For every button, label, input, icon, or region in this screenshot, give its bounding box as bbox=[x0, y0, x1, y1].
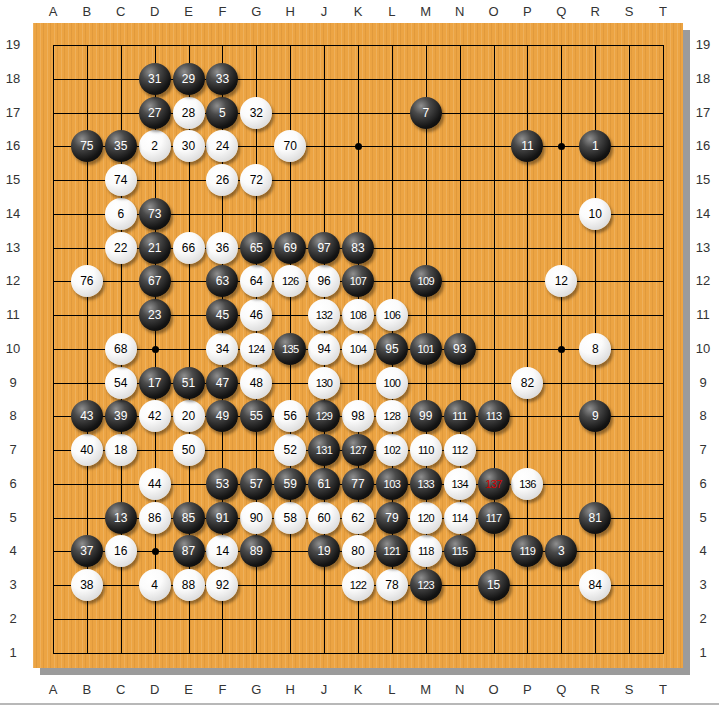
stone-R5[interactable]: 81 bbox=[579, 502, 611, 534]
move-number: 18 bbox=[114, 444, 127, 456]
row-label-right-13: 13 bbox=[690, 240, 716, 256]
move-number: 94 bbox=[317, 343, 330, 355]
stone-N4[interactable]: 115 bbox=[444, 535, 476, 567]
col-label-bottom-C: C bbox=[111, 682, 131, 698]
move-number: 24 bbox=[216, 140, 229, 152]
stone-E13[interactable]: 66 bbox=[173, 232, 205, 264]
row-label-left-15: 15 bbox=[0, 172, 26, 188]
move-number: 12 bbox=[555, 275, 568, 287]
move-number: 70 bbox=[284, 140, 297, 152]
row-label-left-1: 1 bbox=[0, 645, 26, 661]
move-number: 54 bbox=[114, 377, 127, 389]
stone-E16[interactable]: 30 bbox=[173, 130, 205, 162]
stone-M7[interactable]: 110 bbox=[410, 434, 442, 466]
stone-L4[interactable]: 121 bbox=[376, 535, 408, 567]
move-number: 53 bbox=[216, 478, 229, 490]
stone-H6[interactable]: 59 bbox=[274, 468, 306, 500]
stone-G6[interactable]: 57 bbox=[240, 468, 272, 500]
stone-E8[interactable]: 20 bbox=[173, 400, 205, 432]
stone-N5[interactable]: 114 bbox=[444, 502, 476, 534]
move-number: 36 bbox=[216, 242, 229, 254]
stone-K4[interactable]: 80 bbox=[342, 535, 374, 567]
move-number: 93 bbox=[453, 343, 466, 355]
move-number: 27 bbox=[148, 107, 161, 119]
stone-D14[interactable]: 73 bbox=[139, 198, 171, 230]
move-number: 98 bbox=[351, 410, 364, 422]
move-number: 89 bbox=[250, 545, 263, 557]
col-label-top-D: D bbox=[145, 4, 165, 20]
move-number: 129 bbox=[316, 410, 333, 422]
stone-N10[interactable]: 93 bbox=[444, 333, 476, 365]
move-number: 62 bbox=[351, 512, 364, 524]
move-number: 90 bbox=[250, 512, 263, 524]
move-number: 82 bbox=[521, 377, 534, 389]
move-number: 58 bbox=[284, 512, 297, 524]
move-number: 6 bbox=[117, 208, 124, 220]
move-number: 39 bbox=[114, 410, 127, 422]
row-label-right-5: 5 bbox=[690, 510, 716, 526]
move-number: 114 bbox=[452, 512, 468, 524]
row-label-left-2: 2 bbox=[0, 611, 26, 627]
move-number: 77 bbox=[351, 478, 364, 490]
move-number: 35 bbox=[114, 140, 127, 152]
move-number: 32 bbox=[250, 107, 263, 119]
col-label-bottom-M: M bbox=[416, 682, 436, 698]
stone-N8[interactable]: 111 bbox=[444, 400, 476, 432]
move-number: 42 bbox=[148, 410, 161, 422]
move-number: 67 bbox=[148, 275, 161, 287]
move-number: 126 bbox=[282, 275, 299, 287]
move-number: 122 bbox=[350, 579, 367, 591]
stone-B4[interactable]: 37 bbox=[71, 535, 103, 567]
move-number: 137 bbox=[485, 478, 502, 490]
stone-C8[interactable]: 39 bbox=[105, 400, 137, 432]
stone-E18[interactable]: 29 bbox=[173, 63, 205, 95]
row-label-right-1: 1 bbox=[690, 645, 716, 661]
stone-J5[interactable]: 60 bbox=[308, 502, 340, 534]
stone-M17[interactable]: 7 bbox=[410, 97, 442, 129]
stone-K3[interactable]: 122 bbox=[342, 569, 374, 601]
move-number: 60 bbox=[317, 512, 330, 524]
move-number: 66 bbox=[182, 242, 195, 254]
stone-M6[interactable]: 133 bbox=[410, 468, 442, 500]
row-label-left-17: 17 bbox=[0, 105, 26, 121]
row-label-left-10: 10 bbox=[0, 341, 26, 357]
stone-R10[interactable]: 8 bbox=[579, 333, 611, 365]
move-number: 22 bbox=[114, 242, 127, 254]
move-number: 57 bbox=[250, 478, 263, 490]
stone-K12[interactable]: 107 bbox=[342, 265, 374, 297]
stone-L11[interactable]: 106 bbox=[376, 299, 408, 331]
move-number: 40 bbox=[80, 444, 93, 456]
col-label-bottom-H: H bbox=[280, 682, 300, 698]
stone-C9[interactable]: 54 bbox=[105, 367, 137, 399]
move-number: 5 bbox=[219, 107, 226, 119]
stone-K7[interactable]: 127 bbox=[342, 434, 374, 466]
stone-B12[interactable]: 76 bbox=[71, 265, 103, 297]
stone-C4[interactable]: 16 bbox=[105, 535, 137, 567]
stone-G17[interactable]: 32 bbox=[240, 97, 272, 129]
move-number: 74 bbox=[114, 174, 127, 186]
move-number: 92 bbox=[216, 579, 229, 591]
stone-R14[interactable]: 10 bbox=[579, 198, 611, 230]
move-number: 123 bbox=[418, 579, 435, 591]
stone-E5[interactable]: 85 bbox=[173, 502, 205, 534]
move-number: 104 bbox=[350, 343, 367, 355]
move-number: 55 bbox=[250, 410, 263, 422]
row-label-right-4: 4 bbox=[690, 543, 716, 559]
stone-C5[interactable]: 13 bbox=[105, 502, 137, 534]
stone-B3[interactable]: 38 bbox=[71, 569, 103, 601]
stone-D8[interactable]: 42 bbox=[139, 400, 171, 432]
move-number: 87 bbox=[182, 545, 195, 557]
move-number: 83 bbox=[351, 242, 364, 254]
row-label-left-8: 8 bbox=[0, 408, 26, 424]
stone-M12[interactable]: 109 bbox=[410, 265, 442, 297]
move-number: 51 bbox=[182, 377, 195, 389]
col-label-top-E: E bbox=[179, 4, 199, 20]
stone-F6[interactable]: 53 bbox=[206, 468, 238, 500]
stone-O6[interactable]: 137 bbox=[478, 468, 510, 500]
move-number: 69 bbox=[284, 242, 297, 254]
row-label-right-19: 19 bbox=[690, 37, 716, 53]
stone-C14[interactable]: 6 bbox=[105, 198, 137, 230]
move-number: 136 bbox=[519, 478, 536, 490]
stone-O3[interactable]: 15 bbox=[478, 569, 510, 601]
stone-L6[interactable]: 103 bbox=[376, 468, 408, 500]
row-label-left-5: 5 bbox=[0, 510, 26, 526]
col-label-top-R: R bbox=[585, 4, 605, 20]
stone-L8[interactable]: 128 bbox=[376, 400, 408, 432]
move-number: 17 bbox=[148, 377, 161, 389]
move-number: 80 bbox=[351, 545, 364, 557]
stone-F10[interactable]: 34 bbox=[206, 333, 238, 365]
col-label-bottom-S: S bbox=[619, 682, 639, 698]
stone-J10[interactable]: 94 bbox=[308, 333, 340, 365]
stone-J9[interactable]: 130 bbox=[308, 367, 340, 399]
stone-M4[interactable]: 118 bbox=[410, 535, 442, 567]
move-number: 128 bbox=[384, 410, 401, 422]
stone-C16[interactable]: 35 bbox=[105, 130, 137, 162]
stone-J7[interactable]: 131 bbox=[308, 434, 340, 466]
row-label-right-2: 2 bbox=[690, 611, 716, 627]
stone-M3[interactable]: 123 bbox=[410, 569, 442, 601]
move-number: 81 bbox=[589, 512, 602, 524]
move-number: 63 bbox=[216, 275, 229, 287]
move-number: 79 bbox=[385, 512, 398, 524]
stone-K8[interactable]: 98 bbox=[342, 400, 374, 432]
move-number: 31 bbox=[148, 73, 161, 85]
col-label-bottom-N: N bbox=[450, 682, 470, 698]
move-number: 43 bbox=[80, 410, 93, 422]
move-number: 2 bbox=[151, 140, 158, 152]
row-label-right-3: 3 bbox=[690, 577, 716, 593]
move-number: 34 bbox=[216, 343, 229, 355]
col-label-bottom-T: T bbox=[653, 682, 673, 698]
stone-D12[interactable]: 67 bbox=[139, 265, 171, 297]
col-label-bottom-A: A bbox=[43, 682, 63, 698]
move-number: 107 bbox=[350, 275, 367, 287]
stone-F9[interactable]: 47 bbox=[206, 367, 238, 399]
stone-L3[interactable]: 78 bbox=[376, 569, 408, 601]
move-number: 78 bbox=[385, 579, 398, 591]
row-label-left-3: 3 bbox=[0, 577, 26, 593]
move-number: 112 bbox=[452, 444, 468, 456]
col-label-bottom-P: P bbox=[517, 682, 537, 698]
stone-C10[interactable]: 68 bbox=[105, 333, 137, 365]
stone-G10[interactable]: 124 bbox=[240, 333, 272, 365]
row-label-left-7: 7 bbox=[0, 442, 26, 458]
move-number: 49 bbox=[216, 410, 229, 422]
stone-H13[interactable]: 69 bbox=[274, 232, 306, 264]
move-number: 100 bbox=[384, 377, 401, 389]
stone-H5[interactable]: 58 bbox=[274, 502, 306, 534]
stone-B16[interactable]: 75 bbox=[71, 130, 103, 162]
stone-G5[interactable]: 90 bbox=[240, 502, 272, 534]
stone-D9[interactable]: 17 bbox=[139, 367, 171, 399]
move-number: 44 bbox=[148, 478, 161, 490]
stone-E9[interactable]: 51 bbox=[173, 367, 205, 399]
stone-H7[interactable]: 52 bbox=[274, 434, 306, 466]
move-number: 8 bbox=[592, 343, 599, 355]
col-label-top-L: L bbox=[382, 4, 402, 20]
stone-D11[interactable]: 23 bbox=[139, 299, 171, 331]
row-label-right-8: 8 bbox=[690, 408, 716, 424]
row-label-right-9: 9 bbox=[690, 375, 716, 391]
row-label-right-6: 6 bbox=[690, 476, 716, 492]
move-number: 111 bbox=[452, 410, 467, 422]
col-label-top-C: C bbox=[111, 4, 131, 20]
move-number: 88 bbox=[182, 579, 195, 591]
stone-E4[interactable]: 87 bbox=[173, 535, 205, 567]
move-number: 97 bbox=[317, 242, 330, 254]
move-number: 102 bbox=[384, 444, 401, 456]
move-number: 73 bbox=[148, 208, 161, 220]
stone-O5[interactable]: 117 bbox=[478, 502, 510, 534]
stone-K13[interactable]: 83 bbox=[342, 232, 374, 264]
col-label-bottom-L: L bbox=[382, 682, 402, 698]
move-number: 84 bbox=[589, 579, 602, 591]
col-label-top-T: T bbox=[653, 4, 673, 20]
col-label-top-B: B bbox=[77, 4, 97, 20]
move-number: 59 bbox=[284, 478, 297, 490]
move-number: 64 bbox=[250, 275, 263, 287]
stone-K11[interactable]: 108 bbox=[342, 299, 374, 331]
move-number: 4 bbox=[151, 579, 158, 591]
stone-K10[interactable]: 104 bbox=[342, 333, 374, 365]
row-label-right-15: 15 bbox=[690, 172, 716, 188]
stone-J6[interactable]: 61 bbox=[308, 468, 340, 500]
stone-M10[interactable]: 101 bbox=[410, 333, 442, 365]
move-number: 21 bbox=[148, 242, 161, 254]
move-number: 37 bbox=[80, 545, 93, 557]
move-number: 38 bbox=[80, 579, 93, 591]
move-number: 85 bbox=[182, 512, 195, 524]
move-number: 130 bbox=[316, 377, 333, 389]
stone-L9[interactable]: 100 bbox=[376, 367, 408, 399]
move-number: 56 bbox=[284, 410, 297, 422]
stone-R3[interactable]: 84 bbox=[579, 569, 611, 601]
row-label-right-12: 12 bbox=[690, 273, 716, 289]
stone-G9[interactable]: 48 bbox=[240, 367, 272, 399]
col-label-bottom-K: K bbox=[348, 682, 368, 698]
stone-E17[interactable]: 28 bbox=[173, 97, 205, 129]
stone-F18[interactable]: 33 bbox=[206, 63, 238, 95]
move-number: 115 bbox=[452, 545, 468, 557]
move-number: 1 bbox=[592, 140, 599, 152]
row-label-left-9: 9 bbox=[0, 375, 26, 391]
row-label-right-17: 17 bbox=[690, 105, 716, 121]
row-label-left-18: 18 bbox=[0, 71, 26, 87]
col-label-bottom-Q: Q bbox=[551, 682, 571, 698]
move-number: 23 bbox=[148, 309, 161, 321]
move-number: 131 bbox=[316, 444, 333, 456]
move-number: 109 bbox=[418, 275, 435, 287]
move-number: 117 bbox=[486, 512, 502, 524]
stone-K5[interactable]: 62 bbox=[342, 502, 374, 534]
move-number: 99 bbox=[419, 410, 432, 422]
col-label-top-A: A bbox=[43, 4, 63, 20]
move-number: 61 bbox=[317, 478, 330, 490]
col-label-top-P: P bbox=[517, 4, 537, 20]
move-number: 135 bbox=[282, 343, 299, 355]
move-number: 52 bbox=[284, 444, 297, 456]
stone-D5[interactable]: 86 bbox=[139, 502, 171, 534]
move-number: 3 bbox=[558, 545, 565, 557]
move-number: 118 bbox=[418, 545, 434, 557]
move-number: 113 bbox=[486, 410, 502, 422]
col-label-bottom-E: E bbox=[179, 682, 199, 698]
col-label-top-S: S bbox=[619, 4, 639, 20]
stone-C15[interactable]: 74 bbox=[105, 164, 137, 196]
col-label-top-K: K bbox=[348, 4, 368, 20]
stone-D17[interactable]: 27 bbox=[139, 97, 171, 129]
stone-K6[interactable]: 77 bbox=[342, 468, 374, 500]
move-number: 10 bbox=[589, 208, 602, 220]
move-number: 95 bbox=[385, 343, 398, 355]
col-label-bottom-F: F bbox=[212, 682, 232, 698]
stone-C7[interactable]: 18 bbox=[105, 434, 137, 466]
col-label-bottom-D: D bbox=[145, 682, 165, 698]
col-label-bottom-B: B bbox=[77, 682, 97, 698]
col-label-top-G: G bbox=[246, 4, 266, 20]
move-number: 15 bbox=[487, 579, 500, 591]
col-label-top-M: M bbox=[416, 4, 436, 20]
col-label-bottom-J: J bbox=[314, 682, 334, 698]
stone-D6[interactable]: 44 bbox=[139, 468, 171, 500]
stone-L10[interactable]: 95 bbox=[376, 333, 408, 365]
move-number: 46 bbox=[250, 309, 263, 321]
col-label-top-O: O bbox=[484, 4, 504, 20]
move-number: 28 bbox=[182, 107, 195, 119]
move-number: 20 bbox=[182, 410, 195, 422]
stone-L5[interactable]: 79 bbox=[376, 502, 408, 534]
stone-L7[interactable]: 102 bbox=[376, 434, 408, 466]
move-number: 76 bbox=[80, 275, 93, 287]
stone-E3[interactable]: 88 bbox=[173, 569, 205, 601]
stone-N7[interactable]: 112 bbox=[444, 434, 476, 466]
move-number: 121 bbox=[384, 545, 401, 557]
move-number: 19 bbox=[317, 545, 330, 557]
stone-D3[interactable]: 4 bbox=[139, 569, 171, 601]
stone-J11[interactable]: 132 bbox=[308, 299, 340, 331]
move-number: 96 bbox=[317, 275, 330, 287]
row-label-left-19: 19 bbox=[0, 37, 26, 53]
move-number: 124 bbox=[248, 343, 265, 355]
row-label-left-14: 14 bbox=[0, 206, 26, 222]
stone-O8[interactable]: 113 bbox=[478, 400, 510, 432]
col-label-top-F: F bbox=[212, 4, 232, 20]
move-number: 133 bbox=[418, 478, 435, 490]
stone-F13[interactable]: 36 bbox=[206, 232, 238, 264]
stone-M5[interactable]: 120 bbox=[410, 502, 442, 534]
row-label-right-14: 14 bbox=[690, 206, 716, 222]
move-number: 50 bbox=[182, 444, 195, 456]
stone-P6[interactable]: 136 bbox=[511, 468, 543, 500]
stone-B7[interactable]: 40 bbox=[71, 434, 103, 466]
move-number: 30 bbox=[182, 140, 195, 152]
move-number: 91 bbox=[216, 512, 229, 524]
move-number: 7 bbox=[422, 107, 429, 119]
col-label-bottom-G: G bbox=[246, 682, 266, 698]
move-number: 101 bbox=[418, 343, 435, 355]
stone-P9[interactable]: 82 bbox=[511, 367, 543, 399]
row-label-left-12: 12 bbox=[0, 273, 26, 289]
row-label-left-11: 11 bbox=[0, 307, 26, 323]
move-number: 9 bbox=[592, 410, 599, 422]
move-number: 110 bbox=[418, 444, 434, 456]
col-label-bottom-R: R bbox=[585, 682, 605, 698]
stone-D18[interactable]: 31 bbox=[139, 63, 171, 95]
col-label-bottom-O: O bbox=[484, 682, 504, 698]
col-label-top-H: H bbox=[280, 4, 300, 20]
stone-D16[interactable]: 2 bbox=[139, 130, 171, 162]
stone-F17[interactable]: 5 bbox=[206, 97, 238, 129]
stone-D13[interactable]: 21 bbox=[139, 232, 171, 264]
move-number: 134 bbox=[451, 478, 468, 490]
stone-H10[interactable]: 135 bbox=[274, 333, 306, 365]
stone-N6[interactable]: 134 bbox=[444, 468, 476, 500]
move-number: 13 bbox=[114, 512, 127, 524]
move-number: 127 bbox=[350, 444, 367, 456]
stone-M8[interactable]: 99 bbox=[410, 400, 442, 432]
move-number: 26 bbox=[216, 174, 229, 186]
go-kifu-diagram: AABBCCDDEEFFGGHHJJKKLLMMNNOOPPQQRRSSTT19… bbox=[0, 0, 719, 707]
row-label-right-10: 10 bbox=[690, 341, 716, 357]
stone-E7[interactable]: 50 bbox=[173, 434, 205, 466]
move-number: 47 bbox=[216, 377, 229, 389]
stone-F5[interactable]: 91 bbox=[206, 502, 238, 534]
move-number: 65 bbox=[250, 242, 263, 254]
move-number: 16 bbox=[114, 545, 127, 557]
move-number: 119 bbox=[520, 545, 536, 557]
move-number: 132 bbox=[316, 309, 333, 321]
row-label-right-16: 16 bbox=[690, 138, 716, 154]
row-label-left-4: 4 bbox=[0, 543, 26, 559]
stone-G13[interactable]: 65 bbox=[240, 232, 272, 264]
stone-B8[interactable]: 43 bbox=[71, 400, 103, 432]
stone-J13[interactable]: 97 bbox=[308, 232, 340, 264]
move-number: 86 bbox=[148, 512, 161, 524]
stone-C13[interactable]: 22 bbox=[105, 232, 137, 264]
move-number: 68 bbox=[114, 343, 127, 355]
row-label-left-13: 13 bbox=[0, 240, 26, 256]
move-number: 29 bbox=[182, 73, 195, 85]
move-number: 103 bbox=[384, 478, 401, 490]
col-label-top-J: J bbox=[314, 4, 334, 20]
row-label-left-16: 16 bbox=[0, 138, 26, 154]
move-number: 14 bbox=[216, 545, 229, 557]
